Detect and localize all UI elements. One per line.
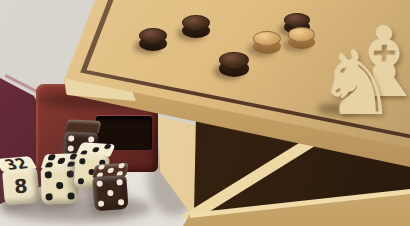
checker-top [182,15,210,30]
die-pip [96,180,102,186]
checker-top [284,13,310,27]
light-checker [253,31,281,54]
die-pip [107,167,114,173]
die-pip [68,193,74,199]
light-checker [288,27,315,49]
doubling-cube-front-number: 8 [13,174,28,198]
die-pip [118,199,124,205]
die-pip [45,172,51,178]
white-knight: ♞ [317,40,382,128]
die-front-face: 8 [2,168,40,206]
die-pip [98,201,104,207]
die-pip [78,178,84,184]
die-pip [98,164,105,170]
dark-checker [139,28,167,51]
doubling-cube: 328 [1,156,40,207]
die-pip [79,158,85,164]
die-pip [67,145,73,151]
dark-die-front [91,163,128,212]
dark-checker [182,15,210,38]
checker-top [288,27,315,42]
dark-checker [219,52,249,77]
die-pip [56,182,62,188]
die-pip [88,136,94,142]
die-pip [118,163,125,169]
die-pip [57,158,65,165]
die-pip [117,179,123,185]
checker-top [253,31,281,46]
die-pip [67,171,73,177]
die-front-face [92,175,128,211]
die-pip [48,154,56,161]
die-pip [104,144,112,150]
die-pip [107,190,113,196]
photo-scene: ♞♝ 328 [0,0,410,226]
die-pip [92,147,100,153]
die-pip [46,194,52,200]
die-pip [68,135,74,141]
checker-top [139,28,167,43]
